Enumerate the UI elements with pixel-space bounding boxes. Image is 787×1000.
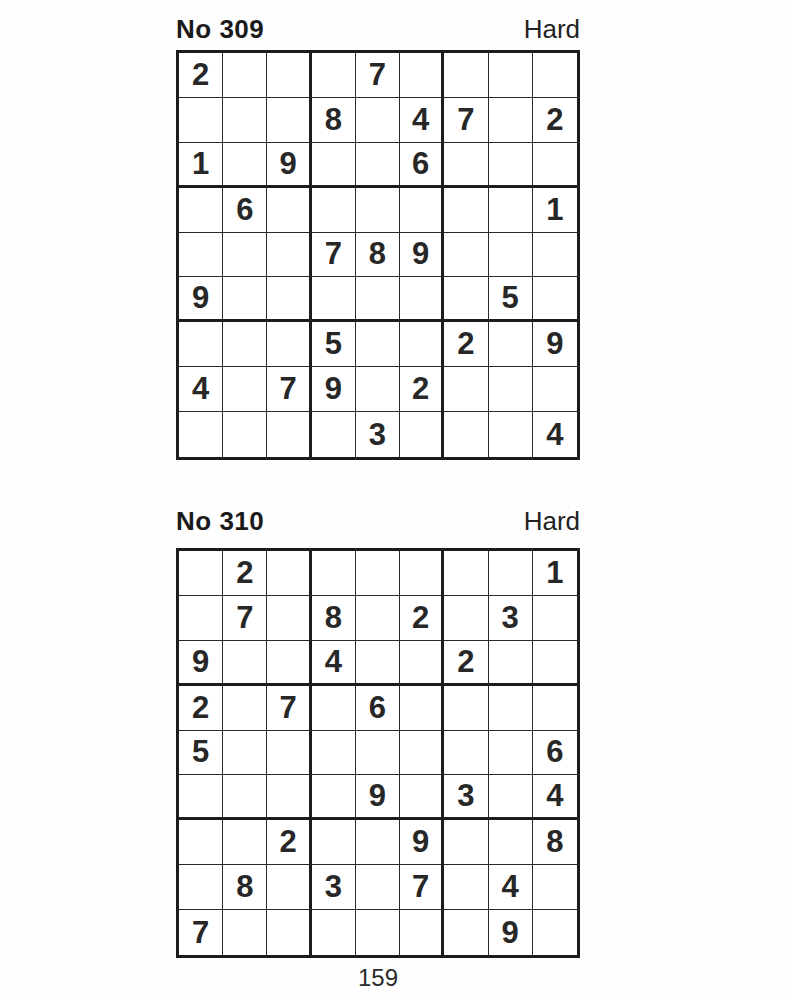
sudoku-cell-r7c4[interactable]: 5 (312, 322, 356, 367)
sudoku-cell-r9c2[interactable] (223, 910, 267, 955)
sudoku-cell-r8c6[interactable]: 2 (400, 367, 444, 412)
sudoku-cell-r2c2[interactable] (223, 98, 267, 143)
sudoku-cell-r2c3[interactable] (267, 596, 311, 641)
sudoku-cell-r1c6[interactable] (400, 551, 444, 596)
sudoku-cell-r2c7[interactable] (444, 596, 488, 641)
sudoku-cell-r9c7[interactable] (444, 412, 488, 457)
sudoku-cell-r2c6[interactable]: 4 (400, 98, 444, 143)
sudoku-cell-r5c3[interactable] (267, 233, 311, 278)
sudoku-cell-r4c2[interactable] (223, 686, 267, 731)
sudoku-cell-r7c9[interactable]: 8 (533, 820, 577, 865)
sudoku-cell-r6c6[interactable] (400, 277, 444, 322)
sudoku-cell-r1c1[interactable]: 2 (179, 53, 223, 98)
sudoku-cell-r9c1[interactable]: 7 (179, 910, 223, 955)
sudoku-cell-r7c1[interactable] (179, 820, 223, 865)
sudoku-cell-r9c4[interactable] (312, 910, 356, 955)
sudoku-cell-r7c4[interactable] (312, 820, 356, 865)
puzzle-310-header: No 310 Hard (176, 506, 580, 536)
sudoku-cell-r9c3[interactable] (267, 910, 311, 955)
sudoku-cell-r5c2[interactable] (223, 731, 267, 776)
sudoku-cell-r1c9[interactable]: 1 (533, 551, 577, 596)
sudoku-cell-r3c1[interactable]: 1 (179, 143, 223, 188)
sudoku-cell-r6c1[interactable] (179, 775, 223, 820)
puzzle-310-difficulty: Hard (524, 506, 580, 536)
sudoku-cell-r1c8[interactable] (489, 551, 533, 596)
sudoku-cell-r5c7[interactable] (444, 233, 488, 278)
sudoku-cell-r6c5[interactable] (356, 277, 400, 322)
sudoku-cell-r8c8[interactable]: 4 (489, 865, 533, 910)
sudoku-cell-r3c4[interactable] (312, 143, 356, 188)
sudoku-cell-r4c7[interactable] (444, 686, 488, 731)
sudoku-cell-r8c5[interactable] (356, 865, 400, 910)
sudoku-cell-r5c5[interactable]: 8 (356, 233, 400, 278)
sudoku-cell-r8c9[interactable] (533, 865, 577, 910)
puzzle-309-title: No 309 (176, 14, 264, 44)
sudoku-cell-r7c2[interactable] (223, 820, 267, 865)
sudoku-cell-r7c6[interactable] (400, 322, 444, 367)
sudoku-cell-r1c8[interactable] (489, 53, 533, 98)
sudoku-cell-r8c7[interactable] (444, 865, 488, 910)
sudoku-cell-r9c8[interactable]: 9 (489, 910, 533, 955)
sudoku-cell-r1c4[interactable] (312, 53, 356, 98)
sudoku-cell-r7c2[interactable] (223, 322, 267, 367)
sudoku-cell-r4c8[interactable] (489, 188, 533, 233)
sudoku-board-309: 2784721966178995529479234 (176, 50, 580, 460)
sudoku-cell-r3c5[interactable] (356, 143, 400, 188)
sudoku-cell-r7c7[interactable] (444, 820, 488, 865)
sudoku-cell-r6c9[interactable] (533, 277, 577, 322)
sudoku-cell-r5c8[interactable] (489, 233, 533, 278)
sudoku-cell-r3c4[interactable]: 4 (312, 641, 356, 686)
sudoku-cell-r1c4[interactable] (312, 551, 356, 596)
sudoku-cell-r3c7[interactable]: 2 (444, 641, 488, 686)
sudoku-cell-r6c2[interactable] (223, 277, 267, 322)
sudoku-cell-r3c6[interactable]: 6 (400, 143, 444, 188)
sudoku-cell-r2c9[interactable]: 2 (533, 98, 577, 143)
sudoku-cell-r9c2[interactable] (223, 412, 267, 457)
sudoku-cell-r1c2[interactable] (223, 53, 267, 98)
sudoku-cell-r4c6[interactable] (400, 188, 444, 233)
sudoku-cell-r3c6[interactable] (400, 641, 444, 686)
sudoku-cell-r6c4[interactable] (312, 775, 356, 820)
sudoku-cell-r1c2[interactable]: 2 (223, 551, 267, 596)
sudoku-cell-r2c6[interactable]: 2 (400, 596, 444, 641)
sudoku-cell-r7c6[interactable]: 9 (400, 820, 444, 865)
sudoku-cell-r7c3[interactable]: 2 (267, 820, 311, 865)
sudoku-cell-r4c5[interactable] (356, 188, 400, 233)
sudoku-cell-r4c1[interactable] (179, 188, 223, 233)
puzzle-310-title: No 310 (176, 506, 264, 536)
sudoku-cell-r7c3[interactable] (267, 322, 311, 367)
sudoku-cell-r1c5[interactable]: 7 (356, 53, 400, 98)
sudoku-cell-r7c5[interactable] (356, 820, 400, 865)
sudoku-cell-r3c1[interactable]: 9 (179, 641, 223, 686)
sudoku-cell-r5c6[interactable]: 9 (400, 233, 444, 278)
sudoku-cell-r5c1[interactable]: 5 (179, 731, 223, 776)
sudoku-cell-r2c2[interactable]: 7 (223, 596, 267, 641)
sudoku-cell-r7c7[interactable]: 2 (444, 322, 488, 367)
sudoku-cell-r9c1[interactable] (179, 412, 223, 457)
sudoku-cell-r8c4[interactable]: 9 (312, 367, 356, 412)
sudoku-cell-r2c5[interactable] (356, 596, 400, 641)
sudoku-cell-r1c7[interactable] (444, 53, 488, 98)
sudoku-cell-r2c5[interactable] (356, 98, 400, 143)
sudoku-cell-r1c9[interactable] (533, 53, 577, 98)
sudoku-cell-r6c5[interactable]: 9 (356, 775, 400, 820)
sudoku-cell-r5c4[interactable] (312, 731, 356, 776)
sudoku-cell-r5c9[interactable]: 6 (533, 731, 577, 776)
sudoku-cell-r4c3[interactable] (267, 188, 311, 233)
sudoku-cell-r6c2[interactable] (223, 775, 267, 820)
sudoku-cell-r6c6[interactable] (400, 775, 444, 820)
sudoku-cell-r2c8[interactable] (489, 98, 533, 143)
sudoku-cell-r8c5[interactable] (356, 367, 400, 412)
sudoku-cell-r4c9[interactable]: 1 (533, 188, 577, 233)
sudoku-cell-r3c5[interactable] (356, 641, 400, 686)
sudoku-cell-r3c9[interactable] (533, 143, 577, 188)
sudoku-cell-r4c7[interactable] (444, 188, 488, 233)
puzzle-309-difficulty: Hard (524, 14, 580, 44)
sudoku-cell-r6c8[interactable]: 5 (489, 277, 533, 322)
sudoku-cell-r4c4[interactable] (312, 188, 356, 233)
sudoku-cell-r8c3[interactable] (267, 865, 311, 910)
sudoku-cell-r5c8[interactable] (489, 731, 533, 776)
sudoku-cell-r8c2[interactable] (223, 367, 267, 412)
sudoku-cell-r4c1[interactable]: 2 (179, 686, 223, 731)
sudoku-cell-r2c4[interactable]: 8 (312, 98, 356, 143)
page-number: 159 (176, 964, 580, 992)
sudoku-cell-r4c3[interactable]: 7 (267, 686, 311, 731)
sudoku-cell-r1c3[interactable] (267, 53, 311, 98)
sudoku-cell-r9c5[interactable] (356, 910, 400, 955)
sudoku-cell-r1c5[interactable] (356, 551, 400, 596)
sudoku-cell-r5c6[interactable] (400, 731, 444, 776)
sudoku-cell-r8c8[interactable] (489, 367, 533, 412)
sudoku-cell-r7c9[interactable]: 9 (533, 322, 577, 367)
book-page: No 309 Hard 2784721966178995529479234 No… (0, 0, 787, 1000)
sudoku-cell-r8c2[interactable]: 8 (223, 865, 267, 910)
sudoku-cell-r8c3[interactable]: 7 (267, 367, 311, 412)
sudoku-cell-r6c9[interactable]: 4 (533, 775, 577, 820)
sudoku-cell-r2c4[interactable]: 8 (312, 596, 356, 641)
sudoku-cell-r3c8[interactable] (489, 641, 533, 686)
sudoku-cell-r2c1[interactable] (179, 98, 223, 143)
sudoku-cell-r8c9[interactable] (533, 367, 577, 412)
sudoku-cell-r8c6[interactable]: 7 (400, 865, 444, 910)
sudoku-cell-r9c9[interactable]: 4 (533, 412, 577, 457)
sudoku-cell-r8c7[interactable] (444, 367, 488, 412)
sudoku-cell-r3c2[interactable] (223, 641, 267, 686)
sudoku-cell-r9c9[interactable] (533, 910, 577, 955)
sudoku-cell-r5c5[interactable] (356, 731, 400, 776)
sudoku-cell-r2c8[interactable]: 3 (489, 596, 533, 641)
sudoku-cell-r7c8[interactable] (489, 820, 533, 865)
sudoku-cell-r6c7[interactable] (444, 277, 488, 322)
sudoku-cell-r9c8[interactable] (489, 412, 533, 457)
sudoku-cell-r1c1[interactable] (179, 551, 223, 596)
sudoku-cell-r9c7[interactable] (444, 910, 488, 955)
sudoku-cell-r6c1[interactable]: 9 (179, 277, 223, 322)
sudoku-cell-r4c6[interactable] (400, 686, 444, 731)
sudoku-cell-r8c4[interactable]: 3 (312, 865, 356, 910)
sudoku-cell-r5c7[interactable] (444, 731, 488, 776)
sudoku-cell-r5c2[interactable] (223, 233, 267, 278)
sudoku-cell-r3c3[interactable]: 9 (267, 143, 311, 188)
sudoku-cell-r9c6[interactable] (400, 412, 444, 457)
sudoku-cell-r6c7[interactable]: 3 (444, 775, 488, 820)
sudoku-cell-r2c9[interactable] (533, 596, 577, 641)
sudoku-cell-r6c3[interactable] (267, 775, 311, 820)
sudoku-cell-r3c9[interactable] (533, 641, 577, 686)
puzzle-309-header: No 309 Hard (176, 14, 580, 44)
sudoku-cell-r3c3[interactable] (267, 641, 311, 686)
sudoku-cell-r4c2[interactable]: 6 (223, 188, 267, 233)
sudoku-cell-r4c5[interactable]: 6 (356, 686, 400, 731)
sudoku-cell-r5c9[interactable] (533, 233, 577, 278)
sudoku-cell-r6c8[interactable] (489, 775, 533, 820)
sudoku-cell-r4c9[interactable] (533, 686, 577, 731)
sudoku-cell-r2c3[interactable] (267, 98, 311, 143)
sudoku-cell-r2c1[interactable] (179, 596, 223, 641)
sudoku-cell-r5c3[interactable] (267, 731, 311, 776)
sudoku-cell-r8c1[interactable] (179, 865, 223, 910)
sudoku-cell-r2c7[interactable]: 7 (444, 98, 488, 143)
sudoku-cell-r4c8[interactable] (489, 686, 533, 731)
sudoku-cell-r4c4[interactable] (312, 686, 356, 731)
sudoku-cell-r5c4[interactable]: 7 (312, 233, 356, 278)
sudoku-cell-r3c2[interactable] (223, 143, 267, 188)
sudoku-cell-r5c1[interactable] (179, 233, 223, 278)
sudoku-cell-r7c1[interactable] (179, 322, 223, 367)
sudoku-cell-r1c7[interactable] (444, 551, 488, 596)
sudoku-cell-r9c3[interactable] (267, 412, 311, 457)
sudoku-cell-r3c8[interactable] (489, 143, 533, 188)
sudoku-cell-r9c4[interactable] (312, 412, 356, 457)
sudoku-cell-r6c3[interactable] (267, 277, 311, 322)
sudoku-board-310: 21782394227656934298837479 (176, 548, 580, 958)
sudoku-cell-r9c5[interactable]: 3 (356, 412, 400, 457)
sudoku-cell-r7c5[interactable] (356, 322, 400, 367)
sudoku-cell-r1c3[interactable] (267, 551, 311, 596)
sudoku-cell-r9c6[interactable] (400, 910, 444, 955)
sudoku-cell-r3c7[interactable] (444, 143, 488, 188)
sudoku-cell-r7c8[interactable] (489, 322, 533, 367)
sudoku-cell-r8c1[interactable]: 4 (179, 367, 223, 412)
sudoku-cell-r6c4[interactable] (312, 277, 356, 322)
sudoku-cell-r1c6[interactable] (400, 53, 444, 98)
